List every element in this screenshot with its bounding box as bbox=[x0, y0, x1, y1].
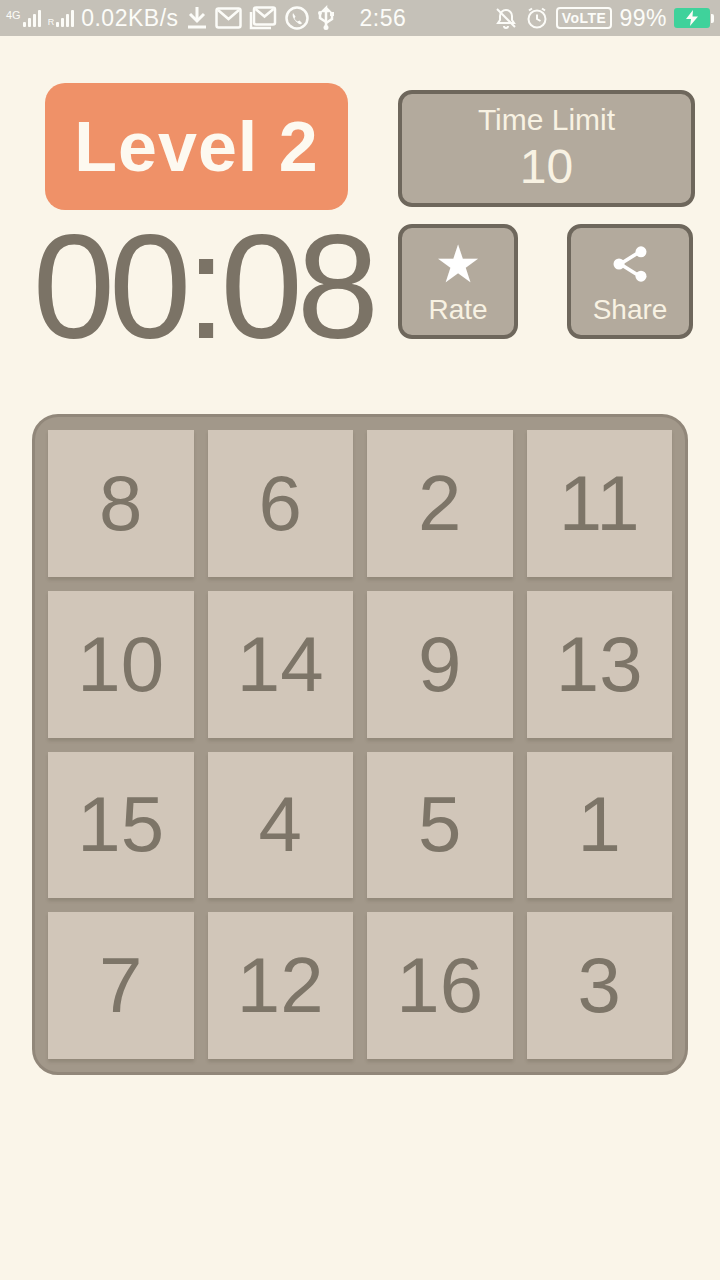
tile-6[interactable]: 6 bbox=[208, 430, 354, 577]
timer-display: 00:08 bbox=[18, 212, 388, 362]
tile-14[interactable]: 14 bbox=[208, 591, 354, 738]
rate-button[interactable]: ★ Rate bbox=[398, 224, 518, 339]
sim2-roaming-label: R bbox=[48, 17, 55, 27]
star-icon: ★ bbox=[435, 238, 482, 290]
tile-9[interactable]: 9 bbox=[367, 591, 513, 738]
mute-bell-icon bbox=[494, 6, 518, 30]
puzzle-board: 86211101491315451712163 bbox=[32, 414, 688, 1075]
alarm-clock-icon bbox=[525, 6, 549, 30]
battery-percent-text: 99% bbox=[619, 5, 667, 32]
tile-8[interactable]: 8 bbox=[48, 430, 194, 577]
time-limit-box: Time Limit 10 bbox=[398, 90, 695, 207]
tile-16[interactable]: 16 bbox=[367, 912, 513, 1059]
share-icon bbox=[608, 238, 652, 290]
tile-5[interactable]: 5 bbox=[367, 752, 513, 899]
network-speed-text: 0.02KB/s bbox=[81, 5, 178, 32]
share-button-label: Share bbox=[593, 294, 668, 326]
tile-10[interactable]: 10 bbox=[48, 591, 194, 738]
tile-1[interactable]: 1 bbox=[527, 752, 673, 899]
gmail-icon bbox=[215, 7, 242, 29]
sim2-signal-icon: R bbox=[48, 10, 75, 27]
sim1-network-type-label: 4G bbox=[6, 10, 21, 20]
status-bar: 4G R 0.02KB/s bbox=[0, 0, 720, 36]
tile-2[interactable]: 2 bbox=[367, 430, 513, 577]
volte-badge: VoLTE bbox=[556, 7, 613, 29]
app-screen: 4G R 0.02KB/s bbox=[0, 0, 720, 1280]
tile-15[interactable]: 15 bbox=[48, 752, 194, 899]
tile-7[interactable]: 7 bbox=[48, 912, 194, 1059]
tile-12[interactable]: 12 bbox=[208, 912, 354, 1059]
sim1-signal-icon: 4G bbox=[6, 10, 41, 27]
rate-button-label: Rate bbox=[428, 294, 487, 326]
status-clock-text: 2:56 bbox=[360, 5, 407, 32]
time-limit-value: 10 bbox=[520, 139, 573, 194]
download-icon bbox=[186, 6, 208, 30]
usb-icon bbox=[317, 5, 335, 31]
tile-11[interactable]: 11 bbox=[527, 430, 673, 577]
tile-3[interactable]: 3 bbox=[527, 912, 673, 1059]
battery-charging-icon bbox=[674, 8, 714, 28]
whatsapp-icon bbox=[284, 5, 310, 31]
share-button[interactable]: Share bbox=[567, 224, 693, 339]
tile-4[interactable]: 4 bbox=[208, 752, 354, 899]
time-limit-label: Time Limit bbox=[478, 103, 615, 137]
tile-13[interactable]: 13 bbox=[527, 591, 673, 738]
level-badge: Level 2 bbox=[45, 83, 348, 210]
email-icon bbox=[249, 6, 277, 30]
